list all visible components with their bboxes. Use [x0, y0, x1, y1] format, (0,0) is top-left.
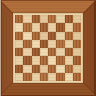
square-a2: [15, 65, 23, 73]
square-h4: [73, 48, 81, 56]
square-b1: [23, 73, 31, 81]
square-e5: [48, 40, 56, 48]
chessboard-photo: [0, 0, 96, 96]
chess-board-grid: [15, 15, 81, 81]
square-d5: [40, 40, 48, 48]
square-g4: [65, 48, 73, 56]
square-c6: [32, 32, 40, 40]
square-a6: [15, 32, 23, 40]
square-d8: [40, 15, 48, 23]
square-e6: [48, 32, 56, 40]
square-f6: [56, 32, 64, 40]
square-d2: [40, 65, 48, 73]
square-a3: [15, 56, 23, 64]
square-b3: [23, 56, 31, 64]
square-e2: [48, 65, 56, 73]
square-e3: [48, 56, 56, 64]
square-c5: [32, 40, 40, 48]
square-b5: [23, 40, 31, 48]
square-c1: [32, 73, 40, 81]
square-b4: [23, 48, 31, 56]
square-g5: [65, 40, 73, 48]
square-c8: [32, 15, 40, 23]
square-a1: [15, 73, 23, 81]
square-e7: [48, 23, 56, 31]
square-a7: [15, 23, 23, 31]
square-d4: [40, 48, 48, 56]
photo-left-edge-highlight: [0, 0, 1, 96]
square-d7: [40, 23, 48, 31]
square-d3: [40, 56, 48, 64]
square-f5: [56, 40, 64, 48]
square-d1: [40, 73, 48, 81]
square-g1: [65, 73, 73, 81]
square-c3: [32, 56, 40, 64]
square-g8: [65, 15, 73, 23]
square-b8: [23, 15, 31, 23]
square-f7: [56, 23, 64, 31]
square-f2: [56, 65, 64, 73]
square-g2: [65, 65, 73, 73]
square-c2: [32, 65, 40, 73]
square-h3: [73, 56, 81, 64]
square-h1: [73, 73, 81, 81]
square-b7: [23, 23, 31, 31]
square-c4: [32, 48, 40, 56]
square-b2: [23, 65, 31, 73]
square-b6: [23, 32, 31, 40]
square-h7: [73, 23, 81, 31]
square-h6: [73, 32, 81, 40]
square-f1: [56, 73, 64, 81]
square-c7: [32, 23, 40, 31]
square-h8: [73, 15, 81, 23]
square-f8: [56, 15, 64, 23]
square-e4: [48, 48, 56, 56]
square-f4: [56, 48, 64, 56]
square-g7: [65, 23, 73, 31]
square-e8: [48, 15, 56, 23]
square-a4: [15, 48, 23, 56]
square-a5: [15, 40, 23, 48]
square-f3: [56, 56, 64, 64]
square-e1: [48, 73, 56, 81]
square-g6: [65, 32, 73, 40]
square-h2: [73, 65, 81, 73]
square-h5: [73, 40, 81, 48]
square-g3: [65, 56, 73, 64]
square-d6: [40, 32, 48, 40]
square-a8: [15, 15, 23, 23]
